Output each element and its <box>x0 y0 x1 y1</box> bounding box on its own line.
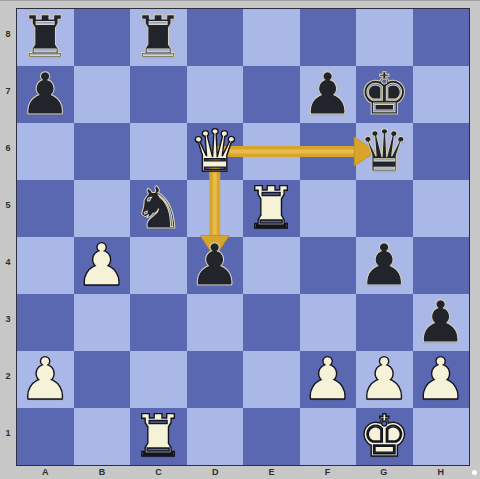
square-h6[interactable] <box>413 123 470 180</box>
white-pawn-a2[interactable]: ♟ <box>17 351 74 408</box>
square-b5[interactable] <box>74 180 131 237</box>
square-b1[interactable] <box>74 408 131 465</box>
square-e3[interactable] <box>243 294 300 351</box>
square-h8[interactable] <box>413 9 470 66</box>
square-f6[interactable] <box>300 123 357 180</box>
square-a3[interactable] <box>17 294 74 351</box>
square-g5[interactable] <box>356 180 413 237</box>
square-g8[interactable] <box>356 9 413 66</box>
file-label-g: G <box>355 464 412 479</box>
square-h1[interactable] <box>413 408 470 465</box>
square-d5[interactable] <box>187 180 244 237</box>
file-label-h: H <box>412 464 469 479</box>
square-a5[interactable] <box>17 180 74 237</box>
square-b3[interactable] <box>74 294 131 351</box>
square-h4[interactable] <box>413 237 470 294</box>
chess-board-window: ♜♜♟♟♚♛♛♞♜♟♟♟♟♟♟♟♟♜♚ 87654321 ABCDEFGH <box>0 0 480 479</box>
square-b6[interactable] <box>74 123 131 180</box>
square-c2[interactable] <box>130 351 187 408</box>
black-knight-c5[interactable]: ♞ <box>130 180 187 237</box>
white-pawn-h2[interactable]: ♟ <box>413 351 470 408</box>
white-rook-e5[interactable]: ♜ <box>243 180 300 237</box>
square-c6[interactable] <box>130 123 187 180</box>
file-label-b: B <box>74 464 131 479</box>
file-label-d: D <box>187 464 244 479</box>
black-rook-a8[interactable]: ♜ <box>17 9 74 66</box>
rank-label-7: 7 <box>0 66 16 123</box>
file-label-e: E <box>244 464 300 479</box>
square-e8[interactable] <box>243 9 300 66</box>
square-d2[interactable] <box>187 351 244 408</box>
black-queen-g6[interactable]: ♛ <box>356 123 413 180</box>
black-pawn-g4[interactable]: ♟ <box>356 237 413 294</box>
white-rook-c1[interactable]: ♜ <box>130 408 187 465</box>
square-d7[interactable] <box>187 66 244 123</box>
black-pawn-a7[interactable]: ♟ <box>17 66 74 123</box>
square-a6[interactable] <box>17 123 74 180</box>
square-c4[interactable] <box>130 237 187 294</box>
square-a1[interactable] <box>17 408 74 465</box>
square-c3[interactable] <box>130 294 187 351</box>
black-pawn-f7[interactable]: ♟ <box>300 66 357 123</box>
square-f5[interactable] <box>300 180 357 237</box>
white-king-g1[interactable]: ♚ <box>356 408 413 465</box>
rank-label-4: 4 <box>0 237 16 294</box>
square-d8[interactable] <box>187 9 244 66</box>
black-pawn-d4[interactable]: ♟ <box>187 237 244 294</box>
rank-label-3: 3 <box>0 294 16 351</box>
rank-label-1: 1 <box>0 408 16 465</box>
square-a4[interactable] <box>17 237 74 294</box>
black-king-g7[interactable]: ♚ <box>356 66 413 123</box>
square-b8[interactable] <box>74 9 131 66</box>
white-pawn-f2[interactable]: ♟ <box>300 351 357 408</box>
rank-coordinates: 87654321 <box>0 9 16 465</box>
file-label-c: C <box>130 464 187 479</box>
rank-label-6: 6 <box>0 123 16 180</box>
square-f3[interactable] <box>300 294 357 351</box>
square-e4[interactable] <box>243 237 300 294</box>
square-e2[interactable] <box>243 351 300 408</box>
square-d1[interactable] <box>187 408 244 465</box>
black-pawn-h3[interactable]: ♟ <box>413 294 470 351</box>
rank-label-2: 2 <box>0 351 16 408</box>
rank-label-5: 5 <box>0 180 16 237</box>
square-h7[interactable] <box>413 66 470 123</box>
square-e1[interactable] <box>243 408 300 465</box>
black-rook-c8[interactable]: ♜ <box>130 9 187 66</box>
square-d3[interactable] <box>187 294 244 351</box>
square-f1[interactable] <box>300 408 357 465</box>
square-c7[interactable] <box>130 66 187 123</box>
white-pawn-g2[interactable]: ♟ <box>356 351 413 408</box>
resize-grip-dot <box>472 470 477 475</box>
file-label-a: A <box>17 464 74 479</box>
square-b2[interactable] <box>74 351 131 408</box>
rank-label-8: 8 <box>0 9 16 66</box>
white-queen-d6[interactable]: ♛ <box>187 123 244 180</box>
square-e7[interactable] <box>243 66 300 123</box>
file-label-f: F <box>300 464 356 479</box>
square-b7[interactable] <box>74 66 131 123</box>
square-f8[interactable] <box>300 9 357 66</box>
white-pawn-b4[interactable]: ♟ <box>74 237 131 294</box>
square-e6[interactable] <box>243 123 300 180</box>
square-h5[interactable] <box>413 180 470 237</box>
square-f4[interactable] <box>300 237 357 294</box>
square-g3[interactable] <box>356 294 413 351</box>
file-coordinates: ABCDEFGH <box>17 464 469 479</box>
